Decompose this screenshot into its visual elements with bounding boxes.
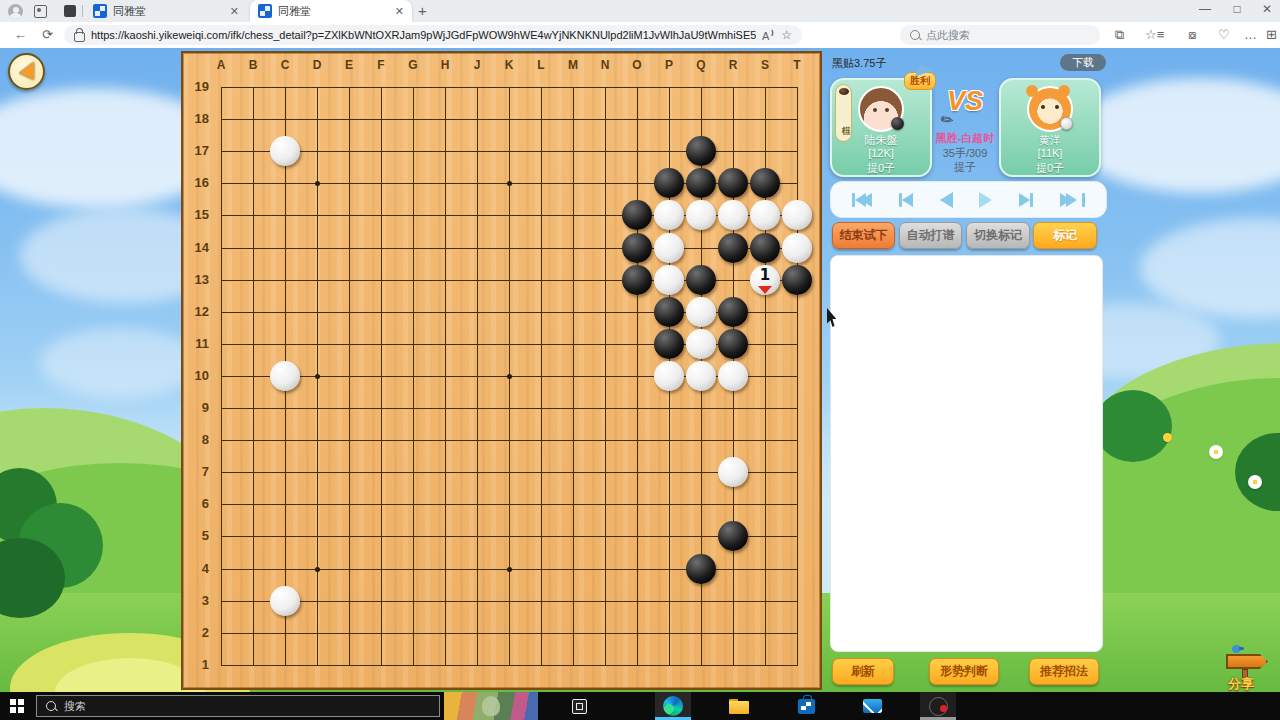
player-captures: 提0子 [1001,161,1099,176]
black-stone-P11 [654,329,684,359]
column-label: K [499,58,519,72]
row-label: 9 [183,400,209,415]
column-label: T [787,58,807,72]
playback-bar [830,181,1107,218]
white-stone-Q11 [686,329,716,359]
grid-line [797,87,798,666]
white-stone-T14 [782,233,812,263]
grid-line [221,472,798,473]
tab-title: 同雅堂 [113,4,224,19]
prev-move-button[interactable] [940,192,953,208]
column-label: B [243,58,263,72]
grid-line [221,408,798,409]
row-label: 19 [183,79,209,94]
victory-badge: 胜利 [904,72,936,90]
favorite-star-icon[interactable]: ☆ [781,28,792,42]
download-button[interactable]: 下载 [1060,54,1106,71]
flower [1163,433,1172,442]
komi-label: 黑贴3.75子 [832,56,886,71]
browser-essentials-icon[interactable]: ♡ [1218,27,1230,42]
row-label: 3 [183,593,209,608]
column-label: A [211,58,231,72]
tab-close-icon[interactable]: ✕ [230,5,239,18]
black-stone-Q16 [686,168,716,198]
black-stone-R12 [718,297,748,327]
row-label: 2 [183,625,209,640]
profile-icon[interactable] [8,4,23,19]
address-bar[interactable]: https://kaoshi.yikeweiqi.com/ifk/chess_d… [64,25,802,45]
white-stone-T15 [782,200,812,230]
start-button[interactable] [10,699,24,713]
last-move-button[interactable] [1060,193,1085,207]
share-label: 分享 [1228,675,1254,692]
vs-logo: VS ✎ [933,86,997,128]
white-stone-P13 [654,265,684,295]
browser-toolbar: ← ⟳ https://kaoshi.yikeweiqi.com/ifk/che… [0,22,1280,49]
collections-icon[interactable]: ⧇ [1188,27,1196,43]
taskbar-explorer-icon[interactable] [721,692,757,720]
star-point [507,181,512,186]
star-point [507,374,512,379]
black-stone-Q13 [686,265,716,295]
browser-tab-1[interactable]: 同雅堂 ✕ [85,0,247,22]
share-button[interactable]: 分享 [1222,638,1276,692]
column-label: P [659,58,679,72]
flower [1248,475,1262,489]
column-label: E [339,58,359,72]
taskbar-search-placeholder: 搜索 [64,699,86,714]
black-stone-R16 [718,168,748,198]
taskbar-store-icon[interactable] [788,692,824,720]
toggle-marks-button[interactable]: 切换标记 [966,222,1030,249]
black-stone-icon [891,117,904,130]
row-label: 6 [183,496,209,511]
player-rank: [11K] [1001,147,1099,159]
column-label: J [467,58,487,72]
white-stone-R7 [718,457,748,487]
site-favicon [258,4,272,18]
site-favicon [93,4,107,18]
taskbar-recorder-icon[interactable] [920,692,956,720]
refresh-icon[interactable]: ⟳ [42,27,53,42]
grid-line [221,440,798,441]
quick-search-box[interactable]: 点此搜索 [900,25,1100,45]
black-stone-icon [839,88,849,95]
tab-actions-icon[interactable] [64,5,76,17]
row-label: 11 [183,336,209,351]
position-judge-button[interactable]: 形势判断 [929,658,999,685]
tab-divider [82,5,83,17]
white-stone-C17 [270,136,300,166]
suggest-move-button[interactable]: 推荐招法 [1029,658,1099,685]
star-point [315,181,320,186]
end-trial-button[interactable]: 结束试下 [832,222,895,249]
split-screen-icon[interactable]: ⧉ [1115,27,1124,43]
black-stone-T13 [782,265,812,295]
jump-forward-button[interactable] [1019,193,1033,207]
black-stone-O14 [622,233,652,263]
row-label: 18 [183,111,209,126]
auto-replay-button[interactable]: 自动打谱 [899,222,962,249]
column-label: H [435,58,455,72]
white-stone-P14 [654,233,684,263]
flower [1209,445,1223,459]
taskbar-mail-icon[interactable] [854,692,890,720]
to-move-badge: 行棋 [835,84,852,142]
mark-button[interactable]: 标记 [1033,222,1097,249]
jump-back-button[interactable] [899,193,913,207]
go-board[interactable]: ABCDEFGHJKLMNOPQRST191817161514131211109… [181,51,822,690]
windows-taskbar: 搜索 ∧ 中 S 21:10 2024/8/30 [0,692,1280,720]
task-view-icon[interactable] [572,699,587,714]
window-maximize-button[interactable]: □ [1222,2,1252,16]
column-label: O [627,58,647,72]
taskbar-search-box[interactable]: 搜索 [36,695,440,717]
column-label: N [595,58,615,72]
row-label: 12 [183,304,209,319]
to-move-label: 行棋 [836,97,851,141]
read-aloud-icon[interactable]: A❫ [762,29,775,42]
play-button[interactable] [979,192,992,208]
search-icon [46,701,56,711]
refresh-button[interactable]: 刷新 [832,658,894,685]
avatar [858,86,904,132]
cloud [1070,78,1280,193]
column-label: L [531,58,551,72]
window-minimize-button[interactable]: — [1190,2,1220,16]
signpost-icon [1226,654,1268,669]
tab-close-icon[interactable]: ✕ [395,5,404,18]
row-label: 16 [183,175,209,190]
comment-panel [830,255,1103,652]
black-stone-P12 [654,297,684,327]
grid-line [221,536,798,537]
search-icon [910,30,920,40]
star-point [315,374,320,379]
black-stone-R5 [718,521,748,551]
row-label: 15 [183,207,209,222]
grid-line [637,87,638,666]
window-close-button[interactable]: ✕ [1252,2,1280,16]
bird-icon [1232,645,1241,653]
white-stone-R15 [718,200,748,230]
row-label: 17 [183,143,209,158]
black-stone-Q17 [686,136,716,166]
black-stone-R11 [718,329,748,359]
white-stone-C10 [270,361,300,391]
star-point [315,567,320,572]
white-stone-Q10 [686,361,716,391]
column-label: G [403,58,423,72]
column-label: D [307,58,327,72]
star-point [507,567,512,572]
white-stone-icon [1060,117,1073,130]
cloud [1140,218,1280,318]
black-stone-O15 [622,200,652,230]
grid-line [221,633,798,634]
sidebar-icon[interactable]: ⊞ [1266,27,1277,42]
page-back-button[interactable] [8,53,45,90]
white-stone-Q12 [686,297,716,327]
webpage-content: ABCDEFGHJKLMNOPQRST191817161514131211109… [0,48,1280,692]
favorites-icon[interactable]: ☆≡ [1145,27,1164,42]
back-nav-icon[interactable]: ← [14,27,27,42]
row-label: 13 [183,272,209,287]
row-label: 14 [183,240,209,255]
white-stone-S15 [750,200,780,230]
desktop-screen: 同雅堂 ✕ 同雅堂 ✕ + — □ ✕ ← ⟳ https://kaoshi.y… [0,0,1280,720]
player-card-white: 黄洋 [11K] 提0子 [999,78,1101,177]
column-label: M [563,58,583,72]
browser-tab-2-active[interactable]: 同雅堂 ✕ [250,0,412,22]
avatar [1027,86,1073,132]
white-stone-Q15 [686,200,716,230]
row-label: 7 [183,464,209,479]
grid-line [221,665,798,666]
new-tab-button[interactable]: + [418,2,427,19]
black-stone-P16 [654,168,684,198]
move-number-label: 1 [750,266,780,284]
row-label: 5 [183,528,209,543]
search-placeholder: 点此搜索 [926,28,970,43]
white-stone-C3 [270,586,300,616]
grid-line [221,504,798,505]
settings-menu-icon[interactable]: … [1244,27,1257,42]
column-label: S [755,58,775,72]
row-label: 4 [183,561,209,576]
workspaces-icon[interactable] [34,5,47,18]
black-stone-S16 [750,168,780,198]
column-label: C [275,58,295,72]
tab-title: 同雅堂 [278,4,389,19]
white-stone-P15 [654,200,684,230]
lock-icon [74,32,85,42]
grid-line [221,601,798,602]
news-widget-thumbnail[interactable] [444,692,538,720]
white-stone-P10 [654,361,684,391]
grid-line [605,87,606,666]
black-stone-Q4 [686,554,716,584]
first-move-button[interactable] [852,193,872,207]
black-stone-R14 [718,233,748,263]
url-text: https://kaoshi.yikeweiqi.com/ifk/chess_d… [91,29,756,41]
bush [1094,390,1172,462]
column-label: R [723,58,743,72]
row-label: 8 [183,432,209,447]
row-label: 1 [183,657,209,672]
back-arrow-icon [19,61,34,81]
row-label: 10 [183,368,209,383]
black-stone-O13 [622,265,652,295]
taskbar-edge-icon[interactable] [655,692,691,720]
last-move-marker-icon [758,286,772,294]
white-stone-R10 [718,361,748,391]
column-label: Q [691,58,711,72]
grid-line [541,87,542,666]
player-name: 黄洋 [1001,133,1099,148]
black-stone-S14 [750,233,780,263]
browser-tab-strip: 同雅堂 ✕ 同雅堂 ✕ + — □ ✕ [0,0,1280,23]
marked-white-stone-S13: 1 [750,265,780,295]
grid-line [573,87,574,666]
column-label: F [371,58,391,72]
cloud [40,328,200,398]
